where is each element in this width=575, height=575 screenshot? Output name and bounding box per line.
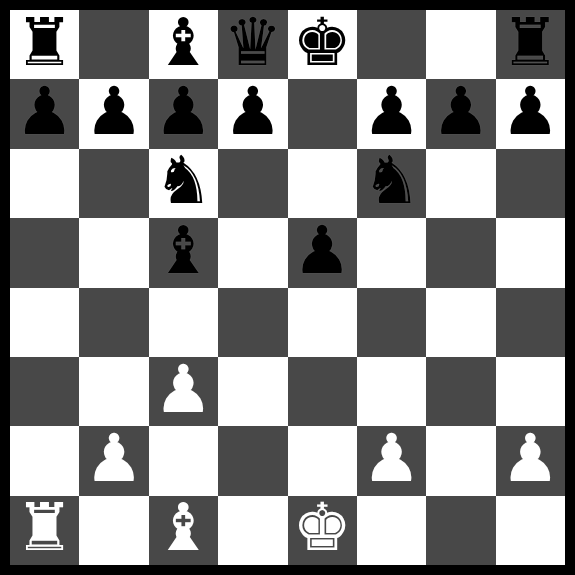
- square-h2[interactable]: ♟: [496, 426, 565, 495]
- square-f4[interactable]: [357, 288, 426, 357]
- piece-black-pawn[interactable]: ♟: [154, 79, 213, 145]
- square-e3[interactable]: [288, 357, 357, 426]
- square-d2[interactable]: [218, 426, 287, 495]
- square-b6[interactable]: [79, 149, 148, 218]
- square-c6[interactable]: ♞: [149, 149, 218, 218]
- square-b5[interactable]: [79, 218, 148, 287]
- square-a7[interactable]: ♟: [10, 79, 79, 148]
- square-g1[interactable]: [426, 496, 495, 565]
- chess-board: ♜♝♛♚♜♟♟♟♟♟♟♟♞♞♝♟♟♟♟♟♜♝♚: [10, 10, 565, 565]
- piece-black-bishop[interactable]: ♝: [154, 10, 213, 76]
- square-c1[interactable]: ♝: [149, 496, 218, 565]
- square-f8[interactable]: [357, 10, 426, 79]
- square-f1[interactable]: [357, 496, 426, 565]
- piece-white-pawn[interactable]: ♟: [362, 426, 421, 492]
- square-b1[interactable]: [79, 496, 148, 565]
- square-a5[interactable]: [10, 218, 79, 287]
- square-c5[interactable]: ♝: [149, 218, 218, 287]
- square-c3[interactable]: ♟: [149, 357, 218, 426]
- piece-white-rook[interactable]: ♜: [15, 496, 74, 562]
- square-d1[interactable]: [218, 496, 287, 565]
- piece-white-pawn[interactable]: ♟: [501, 426, 560, 492]
- piece-black-pawn[interactable]: ♟: [84, 79, 143, 145]
- square-g2[interactable]: [426, 426, 495, 495]
- square-c4[interactable]: [149, 288, 218, 357]
- square-e2[interactable]: [288, 426, 357, 495]
- square-f5[interactable]: [357, 218, 426, 287]
- piece-black-pawn[interactable]: ♟: [431, 79, 490, 145]
- square-a1[interactable]: ♜: [10, 496, 79, 565]
- square-h8[interactable]: ♜: [496, 10, 565, 79]
- square-h5[interactable]: [496, 218, 565, 287]
- square-d6[interactable]: [218, 149, 287, 218]
- square-g5[interactable]: [426, 218, 495, 287]
- square-f3[interactable]: [357, 357, 426, 426]
- square-b3[interactable]: [79, 357, 148, 426]
- square-d5[interactable]: [218, 218, 287, 287]
- square-e4[interactable]: [288, 288, 357, 357]
- square-e8[interactable]: ♚: [288, 10, 357, 79]
- piece-white-pawn[interactable]: ♟: [84, 426, 143, 492]
- square-g4[interactable]: [426, 288, 495, 357]
- square-e7[interactable]: [288, 79, 357, 148]
- piece-black-queen[interactable]: ♛: [223, 10, 282, 76]
- square-a6[interactable]: [10, 149, 79, 218]
- square-a3[interactable]: [10, 357, 79, 426]
- square-d7[interactable]: ♟: [218, 79, 287, 148]
- square-h6[interactable]: [496, 149, 565, 218]
- square-b8[interactable]: [79, 10, 148, 79]
- piece-white-pawn[interactable]: ♟: [154, 357, 213, 423]
- square-b4[interactable]: [79, 288, 148, 357]
- square-g7[interactable]: ♟: [426, 79, 495, 148]
- square-d4[interactable]: [218, 288, 287, 357]
- piece-black-rook[interactable]: ♜: [15, 10, 74, 76]
- square-g6[interactable]: [426, 149, 495, 218]
- piece-black-king[interactable]: ♚: [293, 10, 352, 76]
- square-f2[interactable]: ♟: [357, 426, 426, 495]
- square-h4[interactable]: [496, 288, 565, 357]
- piece-black-knight[interactable]: ♞: [362, 149, 421, 215]
- square-b7[interactable]: ♟: [79, 79, 148, 148]
- piece-black-pawn[interactable]: ♟: [293, 218, 352, 284]
- square-a4[interactable]: [10, 288, 79, 357]
- piece-black-pawn[interactable]: ♟: [223, 79, 282, 145]
- square-c8[interactable]: ♝: [149, 10, 218, 79]
- square-f7[interactable]: ♟: [357, 79, 426, 148]
- piece-white-king[interactable]: ♚: [293, 496, 352, 562]
- square-f6[interactable]: ♞: [357, 149, 426, 218]
- square-b2[interactable]: ♟: [79, 426, 148, 495]
- square-e5[interactable]: ♟: [288, 218, 357, 287]
- square-g3[interactable]: [426, 357, 495, 426]
- square-g8[interactable]: [426, 10, 495, 79]
- square-e6[interactable]: [288, 149, 357, 218]
- square-d8[interactable]: ♛: [218, 10, 287, 79]
- piece-black-pawn[interactable]: ♟: [15, 79, 74, 145]
- square-h1[interactable]: [496, 496, 565, 565]
- square-e1[interactable]: ♚: [288, 496, 357, 565]
- square-a2[interactable]: [10, 426, 79, 495]
- piece-black-bishop[interactable]: ♝: [154, 218, 213, 284]
- square-c2[interactable]: [149, 426, 218, 495]
- square-h7[interactable]: ♟: [496, 79, 565, 148]
- board-frame: ♜♝♛♚♜♟♟♟♟♟♟♟♞♞♝♟♟♟♟♟♜♝♚: [0, 0, 575, 575]
- square-c7[interactable]: ♟: [149, 79, 218, 148]
- piece-black-knight[interactable]: ♞: [154, 149, 213, 215]
- piece-black-pawn[interactable]: ♟: [501, 79, 560, 145]
- piece-white-bishop[interactable]: ♝: [154, 496, 213, 562]
- square-a8[interactable]: ♜: [10, 10, 79, 79]
- piece-black-rook[interactable]: ♜: [501, 10, 560, 76]
- square-h3[interactable]: [496, 357, 565, 426]
- piece-black-pawn[interactable]: ♟: [362, 79, 421, 145]
- square-d3[interactable]: [218, 357, 287, 426]
